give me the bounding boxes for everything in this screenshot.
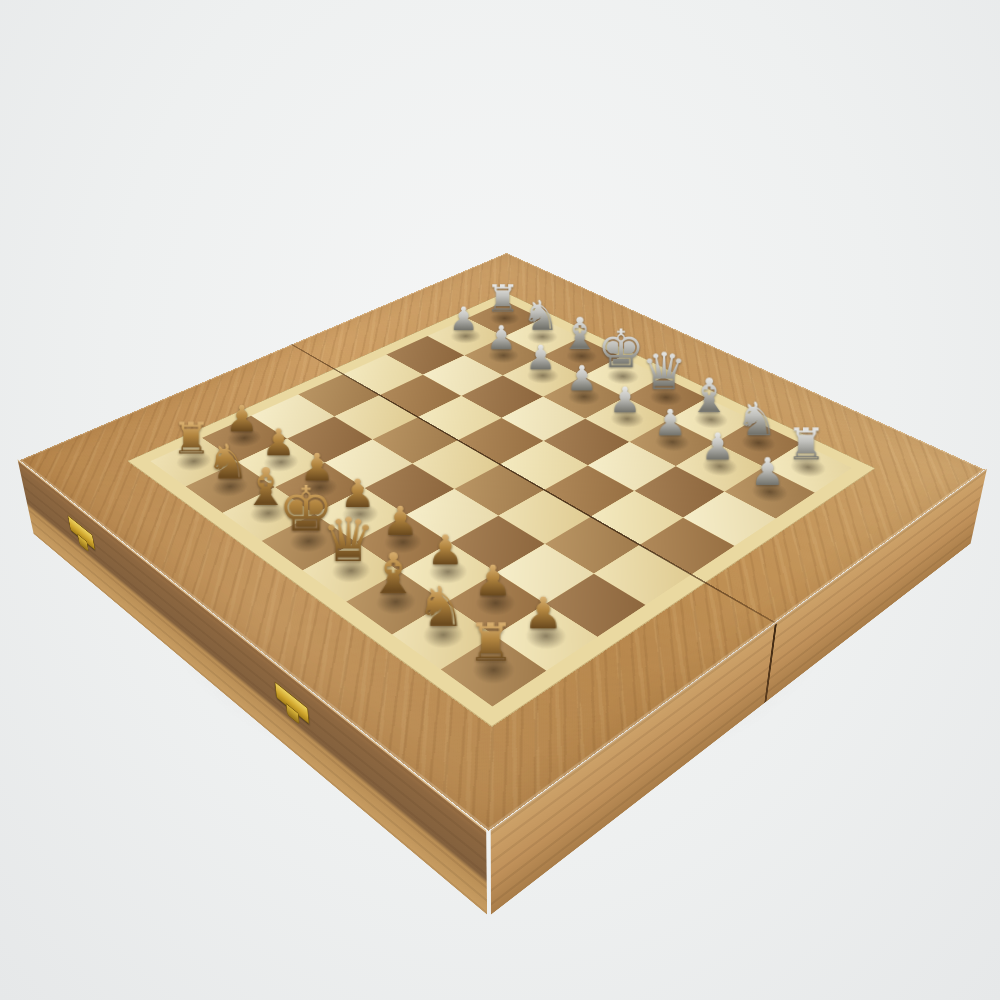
piece-silver-pawn-a7: ♟ (733, 453, 803, 493)
brass-clasp-left (67, 515, 95, 550)
scene: ♜♞♝♛♚♝♞♜♟♟♟♟♟♟♟♟♟♟♟♟♟♟♟♟♜♞♝♛♚♝♞♜ (0, 0, 1000, 1000)
piece-bronze-rook-a1: ♜ (450, 617, 532, 672)
fold-seam-side (765, 623, 777, 703)
brass-clasp-right (275, 681, 310, 724)
